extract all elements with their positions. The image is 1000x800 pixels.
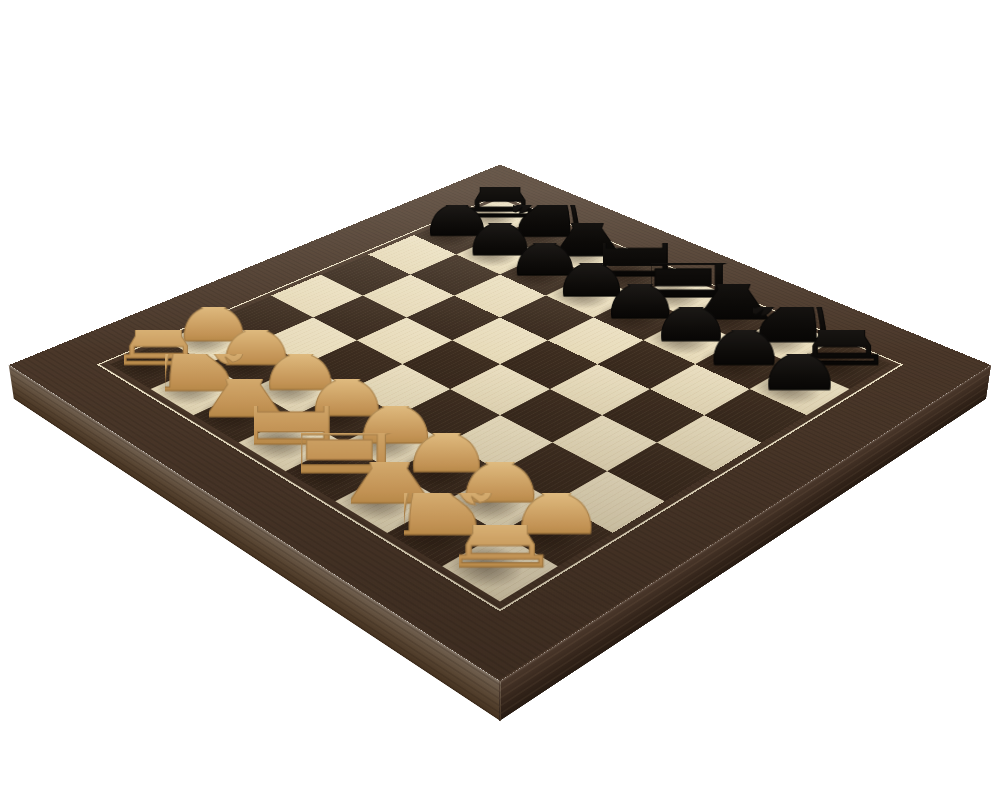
board-frame: ♜♞♝♛♚♝♞♜♟♟♟♟♟♟♟♟♟♟♟♟♟♟♟♟♜♞♝♛♚♝♞♜ [9, 164, 990, 681]
chess-board-3d: ♜♞♝♛♚♝♞♜♟♟♟♟♟♟♟♟♟♟♟♟♟♟♟♟♜♞♝♛♚♝♞♜ [9, 164, 990, 681]
product-photo-scene: ♜♞♝♛♚♝♞♜♟♟♟♟♟♟♟♟♟♟♟♟♟♟♟♟♜♞♝♛♚♝♞♜ [0, 0, 1000, 800]
